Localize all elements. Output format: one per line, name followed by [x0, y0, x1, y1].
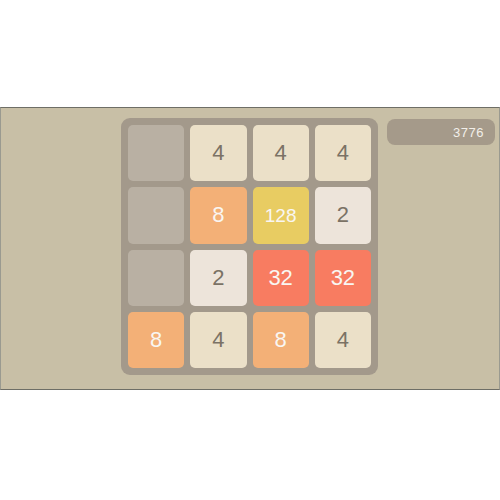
score-box: 3776 — [387, 119, 495, 145]
tile-8: 8 — [190, 187, 246, 243]
tile-2: 2 — [315, 187, 371, 243]
score-value: 3776 — [453, 125, 484, 140]
tile-128: 128 — [253, 187, 309, 243]
page: 44481282232328484 3776 — [0, 0, 500, 500]
tile-32: 32 — [253, 250, 309, 306]
tile-8: 8 — [253, 312, 309, 368]
empty-cell — [128, 125, 184, 181]
empty-cell — [128, 187, 184, 243]
board-2048[interactable]: 44481282232328484 — [121, 118, 378, 375]
tile-4: 4 — [315, 312, 371, 368]
tile-4: 4 — [190, 125, 246, 181]
tile-32: 32 — [315, 250, 371, 306]
tile-4: 4 — [190, 312, 246, 368]
game-viewport: 44481282232328484 3776 — [0, 107, 500, 390]
tile-2: 2 — [190, 250, 246, 306]
empty-cell — [128, 250, 184, 306]
tile-4: 4 — [253, 125, 309, 181]
tile-8: 8 — [128, 312, 184, 368]
tile-4: 4 — [315, 125, 371, 181]
